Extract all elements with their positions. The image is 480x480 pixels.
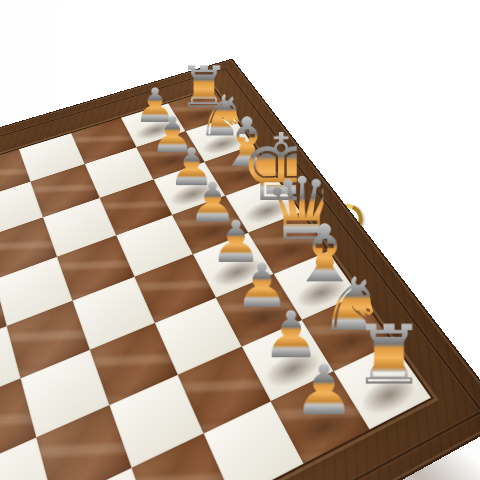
perspective-stage: ♟♜♟♞♟♝♟♚♟♛♟♝♟♞♟♜ bbox=[0, 0, 480, 480]
chess-table: ♟♜♟♞♟♝♟♚♟♛♟♝♟♞♟♜ bbox=[0, 59, 480, 480]
piece-rook-a8[interactable]: ♜ bbox=[352, 315, 423, 393]
chess-set-photo: Overhead-angle photo of a walnut chess t… bbox=[0, 0, 480, 480]
chess-board: ♟♜♟♞♟♝♟♚♟♛♟♝♟♞♟♜ bbox=[0, 89, 431, 480]
piece-pawn-a7[interactable]: ♟ bbox=[287, 358, 361, 424]
table-top-frame: ♟♜♟♞♟♝♟♚♟♛♟♝♟♞♟♜ bbox=[0, 59, 480, 480]
